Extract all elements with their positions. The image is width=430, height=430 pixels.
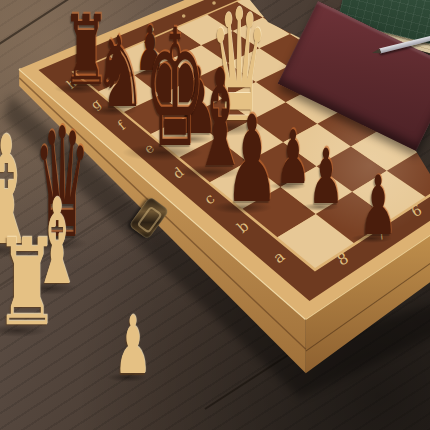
- piece-white-rook-table: ♜: [0, 223, 59, 343]
- piece-black-pawn-e4: ♟: [359, 165, 397, 247]
- piece-black-pawn-d5: ♟: [308, 139, 343, 215]
- piece-black-knight-g8: ♞: [95, 23, 146, 121]
- chess-photo-scene: hgfedcba876 ♟♜♞♛♟♚♝♟♟♟♟♛♝♝♜♟: [0, 0, 430, 430]
- piece-white-pawn-table: ♟: [114, 306, 151, 386]
- piece-black-pawn-c6: ♟: [276, 120, 310, 194]
- piece-black-pawn-b7: ♟: [225, 100, 279, 220]
